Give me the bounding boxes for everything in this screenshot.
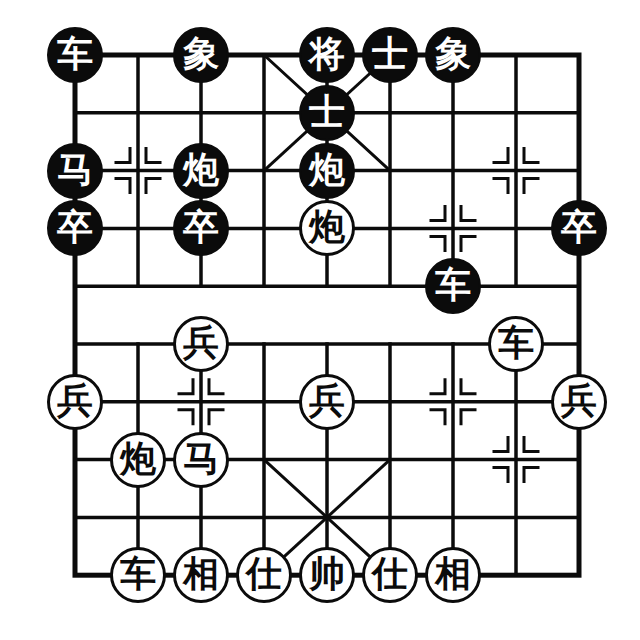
red-piece-disc: 相 — [173, 547, 229, 603]
piece-label: 相 — [435, 556, 471, 592]
black-piece-disc: 象 — [425, 27, 481, 83]
red-piece-disc: 兵 — [551, 374, 607, 430]
red-pawn[interactable]: 兵 — [296, 373, 359, 431]
black-advisor[interactable]: 士 — [359, 26, 422, 84]
pieces-grid: 车象将士象士马炮炮卒卒炮卒车兵车兵兵兵炮马车相仕帅仕相 — [44, 26, 611, 604]
black-piece-disc: 士 — [299, 85, 355, 141]
piece-label: 炮 — [309, 209, 345, 245]
black-cannon[interactable]: 炮 — [296, 142, 359, 200]
piece-label: 马 — [183, 441, 219, 477]
red-piece-disc: 相 — [425, 547, 481, 603]
piece-label: 炮 — [183, 152, 219, 188]
red-pawn[interactable]: 兵 — [548, 373, 611, 431]
piece-label: 相 — [183, 556, 219, 592]
red-piece-disc: 兵 — [299, 374, 355, 430]
black-pawn[interactable]: 卒 — [170, 199, 233, 257]
piece-label: 卒 — [561, 209, 597, 245]
black-piece-disc: 马 — [47, 143, 103, 199]
xiangqi-board: 车象将士象士马炮炮卒卒炮卒车兵车兵兵兵炮马车相仕帅仕相 — [0, 0, 640, 640]
red-piece-disc: 马 — [173, 432, 229, 488]
piece-label: 卒 — [183, 209, 219, 245]
red-piece-disc: 兵 — [47, 374, 103, 430]
piece-label: 象 — [183, 36, 219, 72]
red-cannon[interactable]: 炮 — [107, 431, 170, 489]
piece-label: 帅 — [309, 556, 345, 592]
black-chariot[interactable]: 车 — [422, 257, 485, 315]
piece-label: 车 — [120, 556, 156, 592]
black-piece-disc: 士 — [362, 27, 418, 83]
red-piece-disc: 车 — [488, 316, 544, 372]
black-cannon[interactable]: 炮 — [170, 142, 233, 200]
red-piece-disc: 炮 — [110, 432, 166, 488]
piece-label: 仕 — [372, 556, 408, 592]
red-pawn[interactable]: 兵 — [44, 373, 107, 431]
piece-label: 车 — [498, 325, 534, 361]
red-chariot[interactable]: 车 — [107, 546, 170, 604]
black-piece-disc: 车 — [425, 258, 481, 314]
red-piece-disc: 车 — [110, 547, 166, 603]
piece-label: 兵 — [561, 383, 597, 419]
piece-label: 炮 — [309, 152, 345, 188]
piece-label: 炮 — [120, 441, 156, 477]
red-piece-disc: 仕 — [236, 547, 292, 603]
red-cannon[interactable]: 炮 — [296, 199, 359, 257]
red-chariot[interactable]: 车 — [485, 315, 548, 373]
black-piece-disc: 车 — [47, 27, 103, 83]
piece-label: 士 — [309, 94, 345, 130]
black-general[interactable]: 将 — [296, 26, 359, 84]
piece-label: 兵 — [183, 325, 219, 361]
black-piece-disc: 将 — [299, 27, 355, 83]
piece-label: 车 — [435, 267, 471, 303]
black-piece-disc: 卒 — [551, 200, 607, 256]
piece-label: 兵 — [57, 383, 93, 419]
black-piece-disc: 象 — [173, 27, 229, 83]
black-horse[interactable]: 马 — [44, 142, 107, 200]
piece-label: 将 — [309, 36, 345, 72]
black-pawn[interactable]: 卒 — [44, 199, 107, 257]
red-advisor[interactable]: 仕 — [233, 546, 296, 604]
black-chariot[interactable]: 车 — [44, 26, 107, 84]
black-advisor[interactable]: 士 — [296, 84, 359, 142]
red-advisor[interactable]: 仕 — [359, 546, 422, 604]
red-general[interactable]: 帅 — [296, 546, 359, 604]
red-pawn[interactable]: 兵 — [170, 315, 233, 373]
black-pawn[interactable]: 卒 — [548, 199, 611, 257]
black-piece-disc: 卒 — [173, 200, 229, 256]
black-piece-disc: 炮 — [299, 143, 355, 199]
red-elephant[interactable]: 相 — [170, 546, 233, 604]
piece-label: 兵 — [309, 383, 345, 419]
red-elephant[interactable]: 相 — [422, 546, 485, 604]
piece-label: 仕 — [246, 556, 282, 592]
black-elephant[interactable]: 象 — [170, 26, 233, 84]
black-piece-disc: 卒 — [47, 200, 103, 256]
piece-label: 马 — [57, 152, 93, 188]
piece-label: 象 — [435, 36, 471, 72]
black-elephant[interactable]: 象 — [422, 26, 485, 84]
piece-label: 卒 — [57, 209, 93, 245]
red-horse[interactable]: 马 — [170, 431, 233, 489]
piece-label: 士 — [372, 36, 408, 72]
red-piece-disc: 仕 — [362, 547, 418, 603]
red-piece-disc: 帅 — [299, 547, 355, 603]
piece-label: 车 — [57, 36, 93, 72]
red-piece-disc: 炮 — [299, 200, 355, 256]
red-piece-disc: 兵 — [173, 316, 229, 372]
black-piece-disc: 炮 — [173, 143, 229, 199]
